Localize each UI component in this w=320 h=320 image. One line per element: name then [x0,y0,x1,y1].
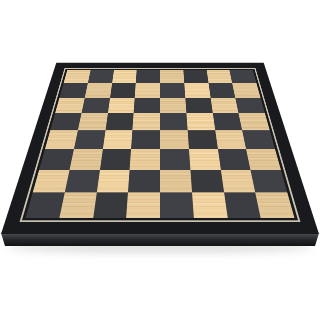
square-e5 [160,113,187,130]
square-f3 [189,149,221,170]
board-front-edge [1,233,319,246]
square-b3 [69,149,102,170]
square-b8 [88,70,114,83]
square-a3 [39,149,74,170]
square-b4 [74,130,105,149]
square-b6 [81,98,109,114]
square-d3 [130,149,160,170]
square-g3 [218,149,251,170]
square-g5 [212,113,242,130]
square-g7 [208,83,235,97]
square-d1 [126,193,160,218]
square-f1 [192,193,227,218]
square-c5 [105,113,134,130]
square-a1 [26,193,65,218]
square-f2 [190,170,223,193]
square-a2 [33,170,70,193]
square-f5 [186,113,215,130]
square-h5 [239,113,270,130]
square-g1 [224,193,261,218]
square-h6 [235,98,265,114]
square-f6 [185,98,212,114]
square-d2 [128,170,160,193]
square-g4 [215,130,246,149]
square-d7 [135,83,160,97]
square-h4 [242,130,275,149]
square-b1 [59,193,96,218]
square-c6 [108,98,135,114]
square-f4 [187,130,217,149]
square-c2 [96,170,129,193]
square-g2 [220,170,255,193]
square-h7 [232,83,260,97]
square-e6 [160,98,186,114]
square-c7 [110,83,136,97]
square-b5 [78,113,108,130]
square-e7 [160,83,185,97]
chess-board [1,63,319,234]
square-a7 [60,83,88,97]
square-b2 [65,170,100,193]
square-a6 [55,98,85,114]
square-e8 [160,70,184,83]
square-d8 [136,70,160,83]
board-pinstripe-inlay [20,68,301,222]
square-f8 [183,70,208,83]
square-e2 [160,170,192,193]
square-a4 [45,130,78,149]
square-h1 [255,193,294,218]
square-e3 [160,149,190,170]
square-g6 [210,98,238,114]
square-d4 [131,130,160,149]
square-g8 [206,70,232,83]
square-c8 [112,70,137,83]
square-d6 [134,98,160,114]
product-photo [0,0,320,320]
square-a8 [64,70,91,83]
square-h3 [246,149,281,170]
square-h2 [251,170,288,193]
square-f7 [184,83,210,97]
square-c3 [100,149,132,170]
square-c1 [93,193,128,218]
square-e4 [160,130,189,149]
square-b7 [85,83,112,97]
square-c4 [102,130,132,149]
square-e1 [160,193,194,218]
square-d5 [133,113,160,130]
square-a5 [50,113,81,130]
board-grid [26,70,295,218]
square-h8 [230,70,257,83]
